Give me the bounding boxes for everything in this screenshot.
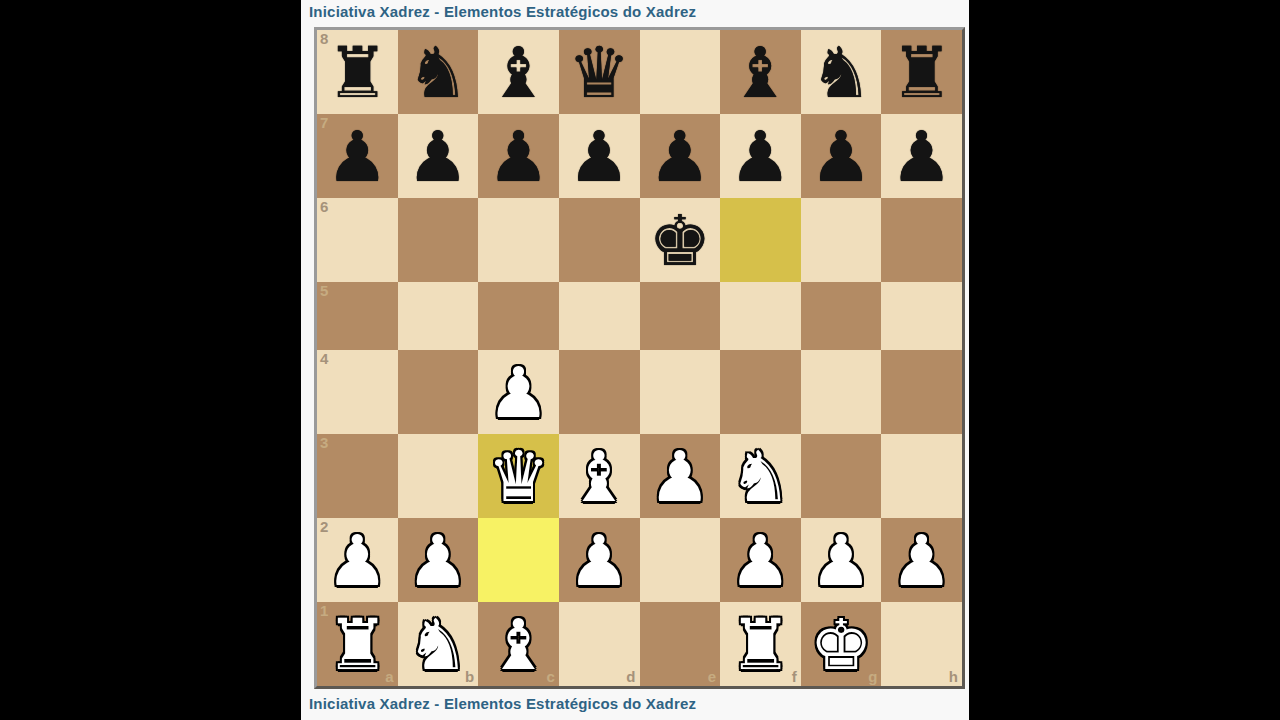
white-pawn-g2[interactable]: ♟ — [810, 518, 873, 602]
square-h1[interactable]: h — [881, 602, 962, 686]
page-title-top: Iniciativa Xadrez - Elementos Estratégic… — [309, 3, 696, 20]
white-rook-a1[interactable]: ♜ — [326, 602, 389, 686]
square-c2[interactable] — [478, 518, 559, 602]
black-king-e6[interactable]: ♚ — [648, 198, 711, 282]
square-g1[interactable]: g♚ — [801, 602, 882, 686]
square-h5[interactable] — [881, 282, 962, 350]
black-pawn-c7[interactable]: ♟ — [487, 114, 550, 198]
square-f7[interactable]: ♟ — [720, 114, 801, 198]
square-d8[interactable]: ♛ — [559, 30, 640, 114]
square-e2[interactable] — [640, 518, 721, 602]
square-b3[interactable] — [398, 434, 479, 518]
square-b4[interactable] — [398, 350, 479, 434]
video-content-strip: Iniciativa Xadrez - Elementos Estratégic… — [301, 0, 969, 720]
black-pawn-d7[interactable]: ♟ — [568, 114, 631, 198]
page-title-bottom: Iniciativa Xadrez - Elementos Estratégic… — [309, 695, 696, 712]
square-d3[interactable]: ♝ — [559, 434, 640, 518]
black-pawn-a7[interactable]: ♟ — [326, 114, 389, 198]
square-f1[interactable]: f♜ — [720, 602, 801, 686]
white-pawn-f2[interactable]: ♟ — [729, 518, 792, 602]
square-e7[interactable]: ♟ — [640, 114, 721, 198]
square-d5[interactable] — [559, 282, 640, 350]
square-a4[interactable]: 4 — [317, 350, 398, 434]
square-e8[interactable] — [640, 30, 721, 114]
white-pawn-a2[interactable]: ♟ — [326, 518, 389, 602]
black-knight-g8[interactable]: ♞ — [810, 30, 873, 114]
chess-board: 8♜♞♝♛♝♞♜7♟♟♟♟♟♟♟♟6♚54♟3♛♝♟♞2♟♟♟♟♟♟1a♜b♞c… — [317, 30, 962, 686]
white-pawn-h2[interactable]: ♟ — [890, 518, 953, 602]
white-bishop-d3[interactable]: ♝ — [568, 434, 631, 518]
square-a5[interactable]: 5 — [317, 282, 398, 350]
square-b7[interactable]: ♟ — [398, 114, 479, 198]
white-king-g1[interactable]: ♚ — [810, 602, 873, 686]
square-d4[interactable] — [559, 350, 640, 434]
square-f6[interactable] — [720, 198, 801, 282]
white-rook-f1[interactable]: ♜ — [729, 602, 792, 686]
file-label-a: a — [385, 669, 393, 684]
rank-label-5: 5 — [320, 283, 328, 298]
square-h8[interactable]: ♜ — [881, 30, 962, 114]
file-label-d: d — [626, 669, 635, 684]
square-a7[interactable]: 7♟ — [317, 114, 398, 198]
file-label-g: g — [868, 669, 877, 684]
square-g8[interactable]: ♞ — [801, 30, 882, 114]
black-queen-d8[interactable]: ♛ — [568, 30, 631, 114]
white-queen-c3[interactable]: ♛ — [487, 434, 550, 518]
file-label-b: b — [465, 669, 474, 684]
square-e3[interactable]: ♟ — [640, 434, 721, 518]
square-e6[interactable]: ♚ — [640, 198, 721, 282]
black-rook-h8[interactable]: ♜ — [890, 30, 953, 114]
square-d6[interactable] — [559, 198, 640, 282]
white-knight-f3[interactable]: ♞ — [729, 434, 792, 518]
square-e1[interactable]: e — [640, 602, 721, 686]
white-pawn-c4[interactable]: ♟ — [487, 350, 550, 434]
rank-label-2: 2 — [320, 519, 328, 534]
file-label-h: h — [949, 669, 958, 684]
square-a6[interactable]: 6 — [317, 198, 398, 282]
black-pawn-e7[interactable]: ♟ — [648, 114, 711, 198]
white-bishop-c1[interactable]: ♝ — [487, 602, 550, 686]
square-b8[interactable]: ♞ — [398, 30, 479, 114]
black-pawn-b7[interactable]: ♟ — [407, 114, 470, 198]
rank-label-7: 7 — [320, 115, 328, 130]
square-f2[interactable]: ♟ — [720, 518, 801, 602]
file-label-c: c — [547, 669, 555, 684]
white-knight-b1[interactable]: ♞ — [407, 602, 470, 686]
square-a1[interactable]: 1a♜ — [317, 602, 398, 686]
rank-label-4: 4 — [320, 351, 328, 366]
black-pawn-h7[interactable]: ♟ — [890, 114, 953, 198]
square-d7[interactable]: ♟ — [559, 114, 640, 198]
square-b1[interactable]: b♞ — [398, 602, 479, 686]
file-label-e: e — [708, 669, 716, 684]
file-label-f: f — [792, 669, 797, 684]
square-h7[interactable]: ♟ — [881, 114, 962, 198]
square-a3[interactable]: 3 — [317, 434, 398, 518]
square-h4[interactable] — [881, 350, 962, 434]
square-g6[interactable] — [801, 198, 882, 282]
square-c5[interactable] — [478, 282, 559, 350]
square-d2[interactable]: ♟ — [559, 518, 640, 602]
white-pawn-d2[interactable]: ♟ — [568, 518, 631, 602]
square-f5[interactable] — [720, 282, 801, 350]
rank-label-3: 3 — [320, 435, 328, 450]
square-g3[interactable] — [801, 434, 882, 518]
square-c8[interactable]: ♝ — [478, 30, 559, 114]
black-rook-a8[interactable]: ♜ — [326, 30, 389, 114]
square-g4[interactable] — [801, 350, 882, 434]
black-bishop-c8[interactable]: ♝ — [487, 30, 550, 114]
square-b5[interactable] — [398, 282, 479, 350]
square-g7[interactable]: ♟ — [801, 114, 882, 198]
square-g2[interactable]: ♟ — [801, 518, 882, 602]
chess-board-frame: 8♜♞♝♛♝♞♜7♟♟♟♟♟♟♟♟6♚54♟3♛♝♟♞2♟♟♟♟♟♟1a♜b♞c… — [314, 27, 965, 689]
square-b6[interactable] — [398, 198, 479, 282]
square-e4[interactable] — [640, 350, 721, 434]
square-c3[interactable]: ♛ — [478, 434, 559, 518]
black-pawn-g7[interactable]: ♟ — [810, 114, 873, 198]
square-f4[interactable] — [720, 350, 801, 434]
white-pawn-b2[interactable]: ♟ — [407, 518, 470, 602]
rank-label-1: 1 — [320, 603, 328, 618]
square-a2[interactable]: 2♟ — [317, 518, 398, 602]
square-a8[interactable]: 8♜ — [317, 30, 398, 114]
black-pawn-f7[interactable]: ♟ — [729, 114, 792, 198]
square-h2[interactable]: ♟ — [881, 518, 962, 602]
square-h6[interactable] — [881, 198, 962, 282]
square-f3[interactable]: ♞ — [720, 434, 801, 518]
square-c6[interactable] — [478, 198, 559, 282]
square-h3[interactable] — [881, 434, 962, 518]
black-bishop-f8[interactable]: ♝ — [729, 30, 792, 114]
square-c1[interactable]: c♝ — [478, 602, 559, 686]
square-b2[interactable]: ♟ — [398, 518, 479, 602]
square-e5[interactable] — [640, 282, 721, 350]
black-knight-b8[interactable]: ♞ — [407, 30, 470, 114]
square-d1[interactable]: d — [559, 602, 640, 686]
square-f8[interactable]: ♝ — [720, 30, 801, 114]
square-c7[interactable]: ♟ — [478, 114, 559, 198]
white-pawn-e3[interactable]: ♟ — [648, 434, 711, 518]
square-g5[interactable] — [801, 282, 882, 350]
rank-label-6: 6 — [320, 199, 328, 214]
rank-label-8: 8 — [320, 31, 328, 46]
square-c4[interactable]: ♟ — [478, 350, 559, 434]
